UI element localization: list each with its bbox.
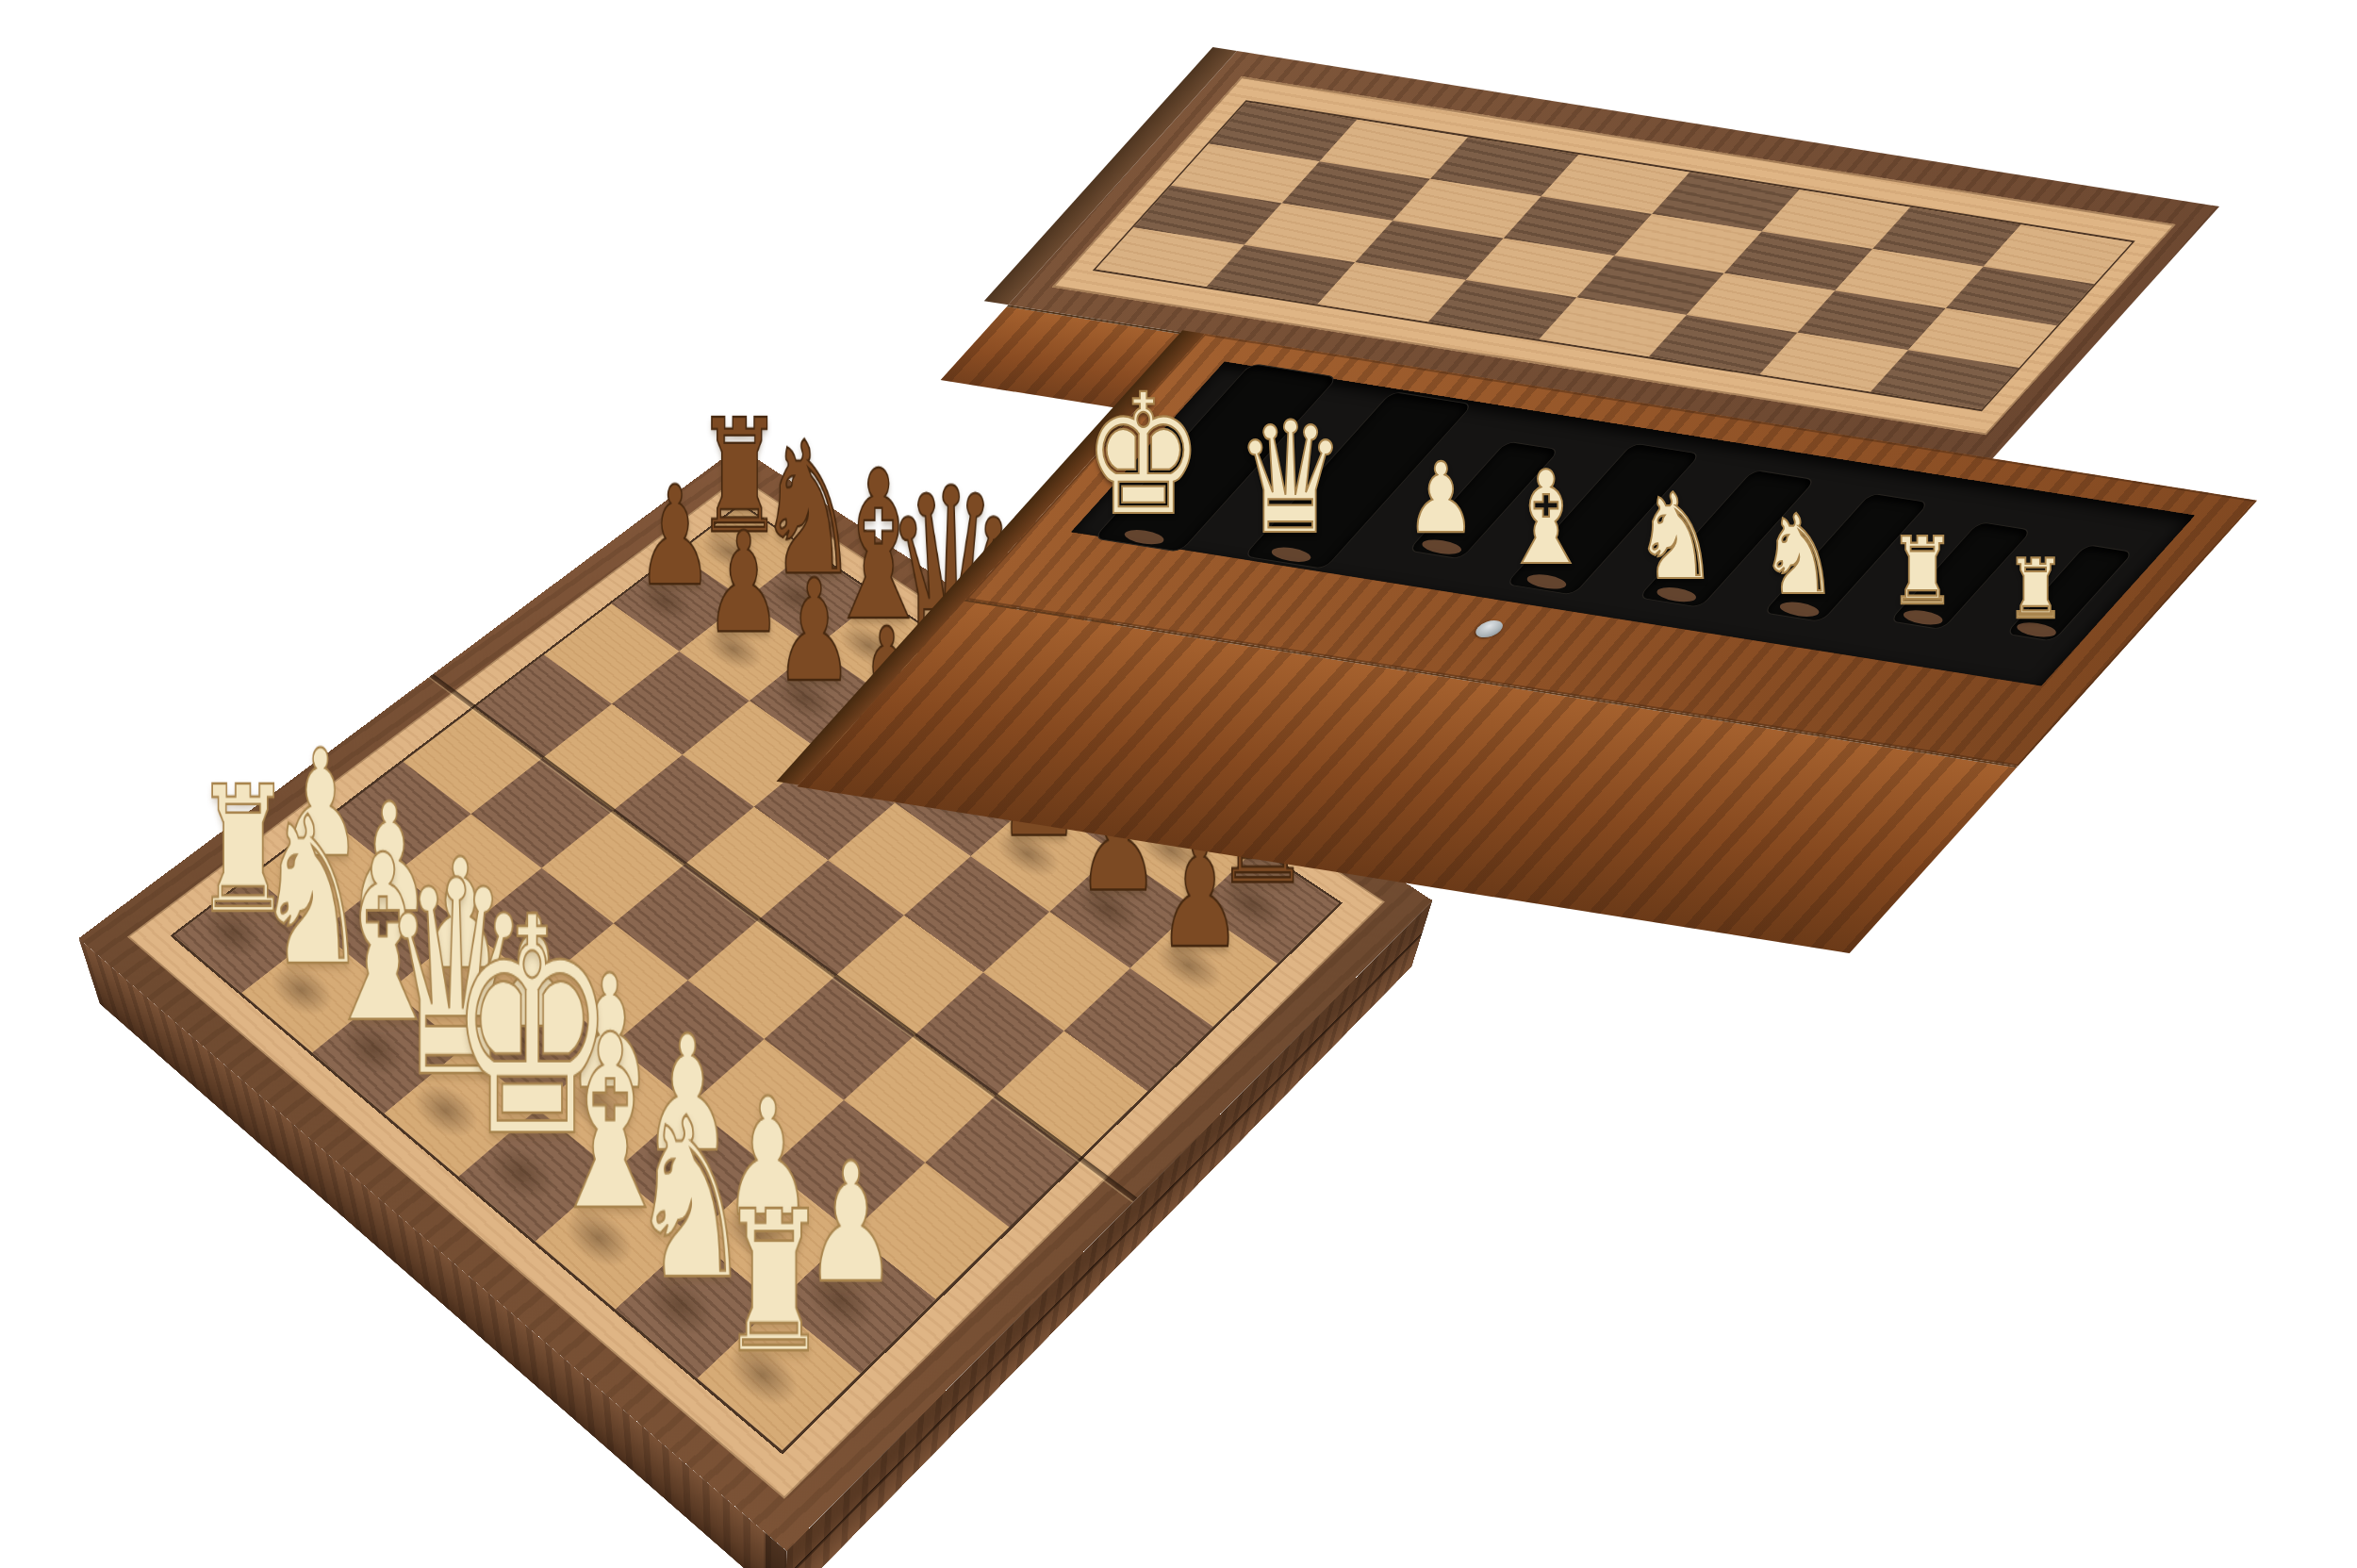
white-rook-glyph: ♜ [719,1185,829,1380]
stored-white-king-glyph: ♚ [1083,371,1203,538]
photo-canvas: ♜♞♝♛♚♝♞♜♟♟♟♟♟♟♟♟♟♟♟♟♟♟♟♟♜♞♝♛♚♝♞♜ [0,0,2357,1568]
storage-box: ♚♛♟♝♞♞♜♜ [1199,40,2349,794]
stored-white-pawn-glyph: ♟ [1406,451,1475,548]
stored-white-rook-glyph: ♜ [2006,548,2066,630]
black-pawn-glyph: ♟ [636,468,713,604]
black-pawn-glyph: ♟ [774,561,853,702]
product-photo-stage: ♜♞♝♛♚♝♞♜♟♟♟♟♟♟♟♟♟♟♟♟♟♟♟♟♜♞♝♛♚♝♞♜ [0,0,2357,1568]
magnet-dot [1471,619,1508,638]
felt-slot: ♜ [2004,544,2134,642]
stored-white-queen-glyph: ♛ [1235,402,1346,556]
stored-white-knight-glyph: ♞ [1759,501,1838,610]
stored-white-rook-glyph: ♜ [1888,525,1955,619]
black-pawn-glyph: ♟ [704,514,783,652]
stored-white-knight-glyph: ♞ [1633,477,1718,595]
stored-white-bishop-glyph: ♝ [1499,454,1591,583]
